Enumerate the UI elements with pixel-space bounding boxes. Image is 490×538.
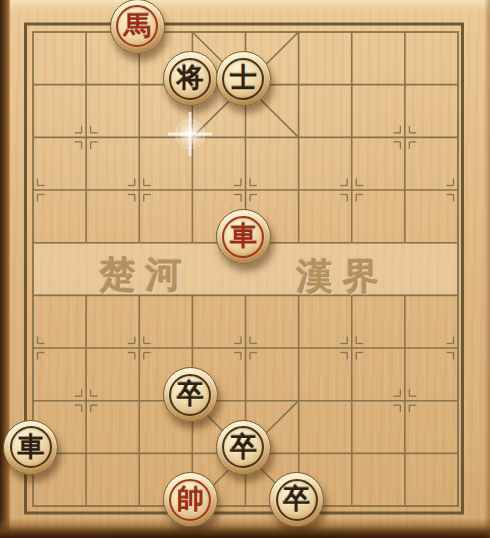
piece-black-pawn-2[interactable]: 卒 (216, 420, 271, 475)
piece-red-general[interactable]: 帥 (163, 472, 218, 527)
piece-character: 帥 (177, 485, 204, 512)
piece-ring: 将 (169, 58, 211, 100)
piece-black-general[interactable]: 将 (163, 51, 218, 106)
piece-ring: 卒 (169, 374, 211, 416)
piece-ring: 卒 (222, 426, 264, 468)
piece-black-advisor[interactable]: 士 (216, 51, 271, 106)
piece-ring: 卒 (276, 479, 318, 521)
piece-character: 馬 (124, 12, 151, 39)
piece-ring: 馬 (116, 5, 158, 47)
piece-character: 車 (230, 222, 257, 249)
xiangqi-board: 楚河 漢界 馬将士車卒車卒帥卒 (0, 0, 490, 538)
piece-character: 卒 (177, 380, 204, 407)
piece-character: 士 (230, 64, 257, 91)
piece-character: 卒 (230, 433, 257, 460)
piece-black-chariot[interactable]: 車 (3, 420, 58, 475)
piece-ring: 帥 (169, 479, 211, 521)
piece-ring: 士 (222, 58, 264, 100)
piece-character: 卒 (283, 485, 310, 512)
piece-red-horse[interactable]: 馬 (110, 0, 165, 54)
piece-layer: 馬将士車卒車卒帥卒 (6, 6, 484, 533)
piece-black-pawn-1[interactable]: 卒 (163, 367, 218, 422)
piece-ring: 車 (222, 216, 264, 258)
piece-ring: 車 (10, 426, 52, 468)
piece-character: 車 (17, 433, 44, 460)
piece-red-chariot[interactable]: 車 (216, 209, 271, 264)
move-highlight-sparkle (173, 117, 207, 151)
piece-black-pawn-3[interactable]: 卒 (269, 472, 324, 527)
piece-character: 将 (177, 64, 204, 91)
